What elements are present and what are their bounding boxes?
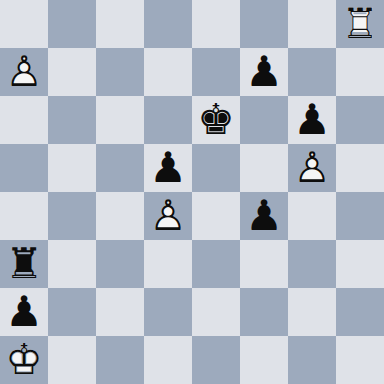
square-c3[interactable]: [96, 240, 144, 288]
chess-board: ♜♖♟♙♟♚♟♟♟♙♟♙♟♜♟♚♔: [0, 0, 384, 384]
square-g6[interactable]: ♟: [288, 96, 336, 144]
square-f6[interactable]: [240, 96, 288, 144]
square-e8[interactable]: [192, 0, 240, 48]
piece-black-pawn-f7[interactable]: ♟: [240, 48, 288, 96]
square-h6[interactable]: [336, 96, 384, 144]
square-b8[interactable]: [48, 0, 96, 48]
square-g3[interactable]: [288, 240, 336, 288]
square-h1[interactable]: [336, 336, 384, 384]
square-g5[interactable]: ♟♙: [288, 144, 336, 192]
piece-outline-layer: ♙: [0, 48, 48, 96]
piece-black-pawn-d5[interactable]: ♟: [144, 144, 192, 192]
square-b2[interactable]: [48, 288, 96, 336]
piece-white-rook-h8[interactable]: ♜♖: [336, 0, 384, 48]
square-b3[interactable]: [48, 240, 96, 288]
square-g2[interactable]: [288, 288, 336, 336]
piece-black-pawn-a2[interactable]: ♟: [0, 288, 48, 336]
square-a6[interactable]: [0, 96, 48, 144]
square-h3[interactable]: [336, 240, 384, 288]
square-h2[interactable]: [336, 288, 384, 336]
square-e6[interactable]: ♚: [192, 96, 240, 144]
piece-white-pawn-g5[interactable]: ♟♙: [288, 144, 336, 192]
square-h4[interactable]: [336, 192, 384, 240]
square-d5[interactable]: ♟: [144, 144, 192, 192]
square-c5[interactable]: [96, 144, 144, 192]
piece-black-pawn-f4[interactable]: ♟: [240, 192, 288, 240]
square-f5[interactable]: [240, 144, 288, 192]
square-d3[interactable]: [144, 240, 192, 288]
square-c4[interactable]: [96, 192, 144, 240]
square-a1[interactable]: ♚♔: [0, 336, 48, 384]
square-b5[interactable]: [48, 144, 96, 192]
piece-outline-layer: ♙: [144, 192, 192, 240]
square-d8[interactable]: [144, 0, 192, 48]
square-d7[interactable]: [144, 48, 192, 96]
square-e1[interactable]: [192, 336, 240, 384]
square-d1[interactable]: [144, 336, 192, 384]
square-b6[interactable]: [48, 96, 96, 144]
square-b1[interactable]: [48, 336, 96, 384]
square-f7[interactable]: ♟: [240, 48, 288, 96]
square-b7[interactable]: [48, 48, 96, 96]
piece-outline-layer: ♔: [0, 336, 48, 384]
square-a7[interactable]: ♟♙: [0, 48, 48, 96]
piece-outline-layer: ♖: [336, 0, 384, 48]
piece-black-king-e6[interactable]: ♚: [192, 96, 240, 144]
square-g1[interactable]: [288, 336, 336, 384]
piece-white-pawn-a7[interactable]: ♟♙: [0, 48, 48, 96]
square-f1[interactable]: [240, 336, 288, 384]
square-a8[interactable]: [0, 0, 48, 48]
square-f2[interactable]: [240, 288, 288, 336]
square-h5[interactable]: [336, 144, 384, 192]
square-a2[interactable]: ♟: [0, 288, 48, 336]
square-c8[interactable]: [96, 0, 144, 48]
square-e4[interactable]: [192, 192, 240, 240]
square-g7[interactable]: [288, 48, 336, 96]
piece-black-pawn-g6[interactable]: ♟: [288, 96, 336, 144]
square-a5[interactable]: [0, 144, 48, 192]
piece-black-rook-a3[interactable]: ♜: [0, 240, 48, 288]
square-g4[interactable]: [288, 192, 336, 240]
square-f8[interactable]: [240, 0, 288, 48]
square-e5[interactable]: [192, 144, 240, 192]
square-f3[interactable]: [240, 240, 288, 288]
square-e3[interactable]: [192, 240, 240, 288]
square-c1[interactable]: [96, 336, 144, 384]
square-g8[interactable]: [288, 0, 336, 48]
square-h8[interactable]: ♜♖: [336, 0, 384, 48]
square-f4[interactable]: ♟: [240, 192, 288, 240]
square-c7[interactable]: [96, 48, 144, 96]
square-b4[interactable]: [48, 192, 96, 240]
square-c2[interactable]: [96, 288, 144, 336]
square-d4[interactable]: ♟♙: [144, 192, 192, 240]
square-h7[interactable]: [336, 48, 384, 96]
square-e2[interactable]: [192, 288, 240, 336]
square-a3[interactable]: ♜: [0, 240, 48, 288]
square-d2[interactable]: [144, 288, 192, 336]
square-c6[interactable]: [96, 96, 144, 144]
piece-white-king-a1[interactable]: ♚♔: [0, 336, 48, 384]
square-d6[interactable]: [144, 96, 192, 144]
piece-outline-layer: ♙: [288, 144, 336, 192]
square-a4[interactable]: [0, 192, 48, 240]
piece-white-pawn-d4[interactable]: ♟♙: [144, 192, 192, 240]
square-e7[interactable]: [192, 48, 240, 96]
